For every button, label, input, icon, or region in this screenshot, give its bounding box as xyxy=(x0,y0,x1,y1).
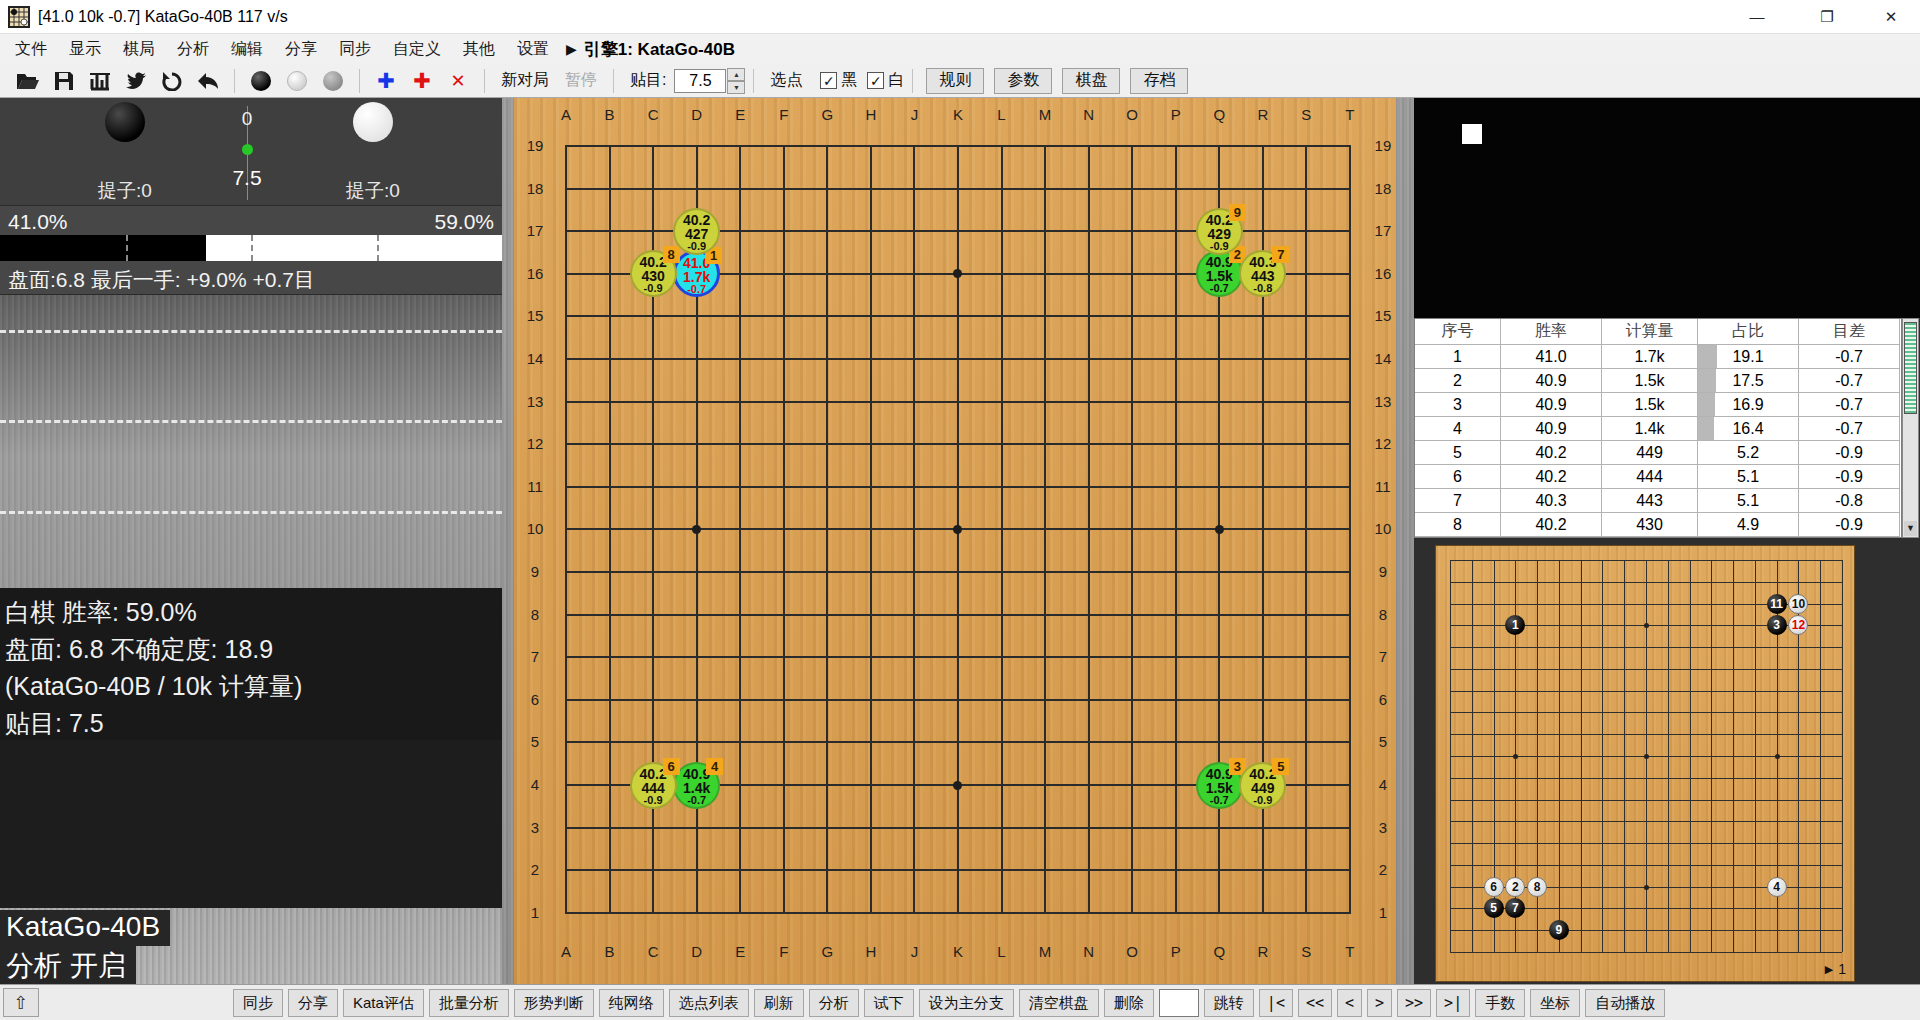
variation-stone-1: 1 xyxy=(1505,615,1525,635)
variation-counter-value: 1 xyxy=(1838,961,1846,977)
table-cell-1-4: -0.7 xyxy=(1799,345,1900,369)
toolbar-separator xyxy=(234,69,235,93)
star-point xyxy=(953,781,962,790)
toolbar-separator xyxy=(912,69,913,93)
grid-line-v xyxy=(1349,145,1351,914)
coord-letter-bottom: M xyxy=(1030,943,1060,960)
bottom-button-5[interactable]: 纯网络 xyxy=(599,989,664,1017)
toolbar-button-0[interactable]: 规则 xyxy=(926,68,984,94)
table-row-6[interactable]: 640.24445.1-0.9 xyxy=(1415,465,1901,489)
bottom-button-9[interactable]: 试下 xyxy=(864,989,914,1017)
coord-letter-bottom: N xyxy=(1074,943,1104,960)
coord-number-right: 8 xyxy=(1368,606,1398,623)
toolbar-separator xyxy=(753,69,754,93)
engine-name-label: 引擎1: KataGo-40B xyxy=(584,38,735,61)
candidate-stat: -0.7 xyxy=(675,795,718,806)
coord-number-right: 10 xyxy=(1368,520,1398,537)
table-cell-3-2: 1.5k xyxy=(1602,393,1698,417)
candidate-stat: 449 xyxy=(1241,781,1284,795)
table-cell-6-4: -0.9 xyxy=(1799,465,1900,489)
graph-gridline xyxy=(0,330,502,333)
white-winrate-label: 59.0% xyxy=(434,210,494,234)
table-cell-1-2: 1.7k xyxy=(1602,345,1698,369)
mini-grid-line-v xyxy=(1668,560,1669,952)
right-panel: 序号胜率计算量占比目差141.01.7k19.1-0.7240.91.5k17.… xyxy=(1414,98,1920,984)
coord-letter-bottom: Q xyxy=(1204,943,1234,960)
table-cell-5-2: 449 xyxy=(1602,441,1698,465)
mini-grid-line-h xyxy=(1450,778,1842,779)
variation-stone-10: 10 xyxy=(1788,594,1808,614)
scrollbar-down-button[interactable]: ▼ xyxy=(1904,521,1917,536)
grid-line-h xyxy=(565,571,1351,573)
coord-number-left: 18 xyxy=(520,180,550,197)
mini-grid-line-h xyxy=(1450,821,1842,822)
info-score-uncertainty: 盘面: 6.8 不确定度: 18.9 xyxy=(5,633,273,666)
candidates-label: 选点 xyxy=(770,70,802,91)
candidate-stat: 40.2 xyxy=(675,213,718,227)
info-white-winrate: 白棋 胜率: 59.0% xyxy=(5,596,197,629)
table-cell-8-3: 4.9 xyxy=(1698,513,1799,537)
candidate-stat: -0.7 xyxy=(1198,283,1241,294)
table-cell-1-0: 1 xyxy=(1415,345,1501,369)
table-row-2[interactable]: 240.91.5k17.5-0.7 xyxy=(1415,369,1901,393)
black-stone-icon[interactable] xyxy=(248,69,274,93)
grid-line-h xyxy=(565,912,1351,914)
winrate-bar xyxy=(0,235,502,261)
bottom-button-22[interactable]: 坐标 xyxy=(1530,989,1580,1017)
mini-grid-line-v xyxy=(1711,560,1712,952)
variation-stone-5: 5 xyxy=(1484,898,1504,918)
coord-letter-bottom: F xyxy=(769,943,799,960)
bottom-button-23[interactable]: 自动播放 xyxy=(1585,989,1665,1017)
coord-letter-bottom: J xyxy=(899,943,929,960)
candidate-rank-badge: 6 xyxy=(663,758,680,775)
coord-letter-bottom: C xyxy=(638,943,668,960)
bottom-button-14[interactable]: 跳转 xyxy=(1204,989,1254,1017)
table-cell-5-3: 5.2 xyxy=(1698,441,1799,465)
coord-number-right: 13 xyxy=(1368,393,1398,410)
bottom-button-0[interactable]: 同步 xyxy=(233,989,283,1017)
candidate-rank-badge: 9 xyxy=(1229,204,1246,221)
coord-letter-top: Q xyxy=(1204,106,1234,123)
table-cell-4-2: 1.4k xyxy=(1602,417,1698,441)
engine-indicator: ▶ 引擎1: KataGo-40B xyxy=(566,38,735,61)
mini-grid-line-v xyxy=(1820,560,1821,952)
collapse-up-button[interactable]: ⇧ xyxy=(3,988,39,1017)
menu-item-1[interactable]: 显示 xyxy=(58,34,112,64)
candidate-rank-badge: 5 xyxy=(1272,758,1289,775)
coord-letter-top: K xyxy=(943,106,973,123)
coord-number-left: 6 xyxy=(520,691,550,708)
table-row-8[interactable]: 840.24304.9-0.9 xyxy=(1415,513,1901,537)
candidate-stat: -0.7 xyxy=(676,284,717,295)
table-row-7[interactable]: 740.34435.1-0.8 xyxy=(1415,489,1901,513)
table-cell-8-1: 40.2 xyxy=(1501,513,1602,537)
white-player-stone xyxy=(353,102,393,142)
bottom-button-15[interactable]: |< xyxy=(1259,989,1293,1017)
minimize-button[interactable]: — xyxy=(1734,0,1780,33)
mini-grid-line-h xyxy=(1450,843,1842,844)
candidate-move-Q4[interactable]: 40.91.5k-0.73 xyxy=(1196,762,1243,809)
candidate-stat: 443 xyxy=(1241,269,1284,283)
variation-stone-9: 9 xyxy=(1549,920,1569,940)
table-cell-3-0: 3 xyxy=(1415,393,1501,417)
coord-letter-top: S xyxy=(1291,106,1321,123)
coord-number-left: 4 xyxy=(520,776,550,793)
winrate-tick xyxy=(251,235,253,261)
coord-number-right: 14 xyxy=(1368,350,1398,367)
coord-letter-bottom: H xyxy=(856,943,886,960)
bottom-button-21[interactable]: 手数 xyxy=(1475,989,1525,1017)
table-cell-7-2: 443 xyxy=(1602,489,1698,513)
candidate-stat: -0.9 xyxy=(1198,241,1241,252)
mini-star-point xyxy=(1644,754,1649,759)
candidate-rank-badge: 7 xyxy=(1272,246,1289,263)
scrollbar-thumb[interactable] xyxy=(1904,322,1917,414)
mini-grid-line-h xyxy=(1450,865,1842,866)
bottom-button-4[interactable]: 形势判断 xyxy=(514,989,594,1017)
komi-spin-up[interactable]: ▲ xyxy=(727,68,745,81)
grid-line-v xyxy=(1088,145,1090,914)
bottom-button-17[interactable]: < xyxy=(1337,989,1362,1017)
candidate-move-Q16[interactable]: 40.91.5k-0.72 xyxy=(1196,250,1243,297)
pause-button[interactable]: 暂停 xyxy=(565,70,597,91)
menu-item-7[interactable]: 自定义 xyxy=(382,34,452,64)
bottom-button-11[interactable]: 清空棋盘 xyxy=(1019,989,1099,1017)
coord-letter-top: O xyxy=(1117,106,1147,123)
main-go-board[interactable]: AABBCCDDEEFFGGHHJJKKLLMMNNOOPPQQRRSSTT19… xyxy=(514,98,1396,984)
mini-grid-line-h xyxy=(1450,952,1842,953)
coord-number-right: 5 xyxy=(1368,733,1398,750)
mini-star-point xyxy=(1644,623,1649,628)
table-cell-3-3: 16.9 xyxy=(1698,393,1799,417)
coord-number-left: 16 xyxy=(520,265,550,282)
toolbar-button-group: 规则参数棋盘存档 xyxy=(921,68,1193,94)
candidate-move-D4[interactable]: 40.91.4k-0.74 xyxy=(673,762,720,809)
table-cell-2-2: 1.5k xyxy=(1602,369,1698,393)
coord-letter-top: H xyxy=(856,106,886,123)
toolbar: ✚ ✚ ✕ 新对局 暂停 贴目: 7.5 ▲ ▼ 选点 ✓ 黑 ✓ 白 规则参数… xyxy=(0,64,1920,98)
coord-number-left: 13 xyxy=(520,393,550,410)
coord-number-left: 3 xyxy=(520,819,550,836)
players-panel: 0 7.5 提子:0 提子:0 xyxy=(0,98,502,205)
komi-spin-down[interactable]: ▼ xyxy=(727,81,745,94)
coord-letter-top: D xyxy=(682,106,712,123)
coord-letter-top: R xyxy=(1248,106,1278,123)
table-row-4[interactable]: 440.91.4k16.4-0.7 xyxy=(1415,417,1901,441)
table-cell-8-4: -0.9 xyxy=(1799,513,1900,537)
coord-number-left: 1 xyxy=(520,904,550,921)
coord-letter-top: B xyxy=(595,106,625,123)
candidate-stat: 430 xyxy=(632,269,675,283)
black-captures-label: 提子:0 xyxy=(65,178,185,204)
variation-move-counter: ▶ 1 xyxy=(1825,961,1846,977)
coord-letter-top: E xyxy=(725,106,755,123)
left-panel: 0 7.5 提子:0 提子:0 41.0% 59.0% 盘面:6.8 最后一手:… xyxy=(0,98,502,984)
bottom-toolbar: ⇧ 同步分享Kata评估批量分析形势判断纯网络选点列表刷新分析试下设为主分支清空… xyxy=(0,984,1920,1020)
open-file-icon[interactable] xyxy=(15,69,41,93)
variation-stone-8: 8 xyxy=(1527,877,1547,897)
mini-grid-line-v xyxy=(1733,560,1734,952)
save-icon[interactable] xyxy=(51,69,77,93)
coord-letter-bottom: B xyxy=(595,943,625,960)
black-winrate-label: 41.0% xyxy=(8,210,68,234)
mini-star-point xyxy=(1644,885,1649,890)
winrate-graph[interactable] xyxy=(0,295,502,588)
bottom-button-12[interactable]: 删除 xyxy=(1104,989,1154,1017)
maximize-button[interactable]: ❐ xyxy=(1804,0,1850,33)
share-bar xyxy=(1698,369,1716,392)
bottom-button-19[interactable]: >> xyxy=(1397,989,1431,1017)
table-row-5[interactable]: 540.24495.2-0.9 xyxy=(1415,441,1901,465)
table-header-2: 计算量 xyxy=(1602,319,1698,345)
table-cell-8-0: 8 xyxy=(1415,513,1501,537)
coord-letter-top: J xyxy=(899,106,929,123)
table-cell-4-0: 4 xyxy=(1415,417,1501,441)
bottom-button-20[interactable]: >| xyxy=(1436,989,1470,1017)
coord-number-left: 10 xyxy=(520,520,550,537)
candidate-stat: -0.9 xyxy=(632,795,675,806)
coord-number-right: 12 xyxy=(1368,435,1398,452)
variation-stone-2: 2 xyxy=(1505,877,1525,897)
bottom-button-16[interactable]: << xyxy=(1298,989,1332,1017)
coord-letter-bottom: P xyxy=(1161,943,1191,960)
bottom-button-18[interactable]: > xyxy=(1367,989,1392,1017)
coord-letter-bottom: A xyxy=(551,943,581,960)
candidate-move-D16[interactable]: 41.01.7k-0.71 xyxy=(673,250,720,297)
coord-number-left: 12 xyxy=(520,435,550,452)
grid-line-v xyxy=(1131,145,1133,914)
variation-stone-3: 3 xyxy=(1767,615,1787,635)
move-number-input[interactable] xyxy=(1159,989,1199,1017)
table-cell-4-1: 40.9 xyxy=(1501,417,1602,441)
new-game-button[interactable]: 新对局 xyxy=(501,70,549,91)
coord-letter-bottom: O xyxy=(1117,943,1147,960)
bottom-button-1[interactable]: 分享 xyxy=(288,989,338,1017)
candidate-move-D17[interactable]: 40.2427-0.9 xyxy=(673,208,720,255)
candidate-stat: 1.5k xyxy=(1198,781,1241,795)
coord-letter-top: T xyxy=(1335,106,1365,123)
winrate-bar-black xyxy=(0,235,206,261)
candidate-stat: 429 xyxy=(1198,227,1241,241)
coord-number-right: 3 xyxy=(1368,819,1398,836)
coord-letter-bottom: D xyxy=(682,943,712,960)
grid-line-h xyxy=(565,827,1351,829)
undo-icon[interactable] xyxy=(159,69,185,93)
back-arrow-icon[interactable] xyxy=(195,69,221,93)
coord-letter-top: F xyxy=(769,106,799,123)
ownership-panel xyxy=(1414,98,1920,318)
coord-number-right: 7 xyxy=(1368,648,1398,665)
table-cell-7-0: 7 xyxy=(1415,489,1501,513)
candidate-stat: 427 xyxy=(675,227,718,241)
bottom-button-10[interactable]: 设为主分支 xyxy=(919,989,1014,1017)
variation-stone-12: 12 xyxy=(1788,615,1808,635)
white-stone-icon[interactable] xyxy=(284,69,310,93)
table-cell-2-0: 2 xyxy=(1415,369,1501,393)
red-x-icon[interactable]: ✕ xyxy=(445,69,471,93)
candidate-stat: -0.9 xyxy=(632,283,675,294)
candidate-move-C4[interactable]: 40.2444-0.96 xyxy=(630,762,677,809)
table-cell-2-4: -0.7 xyxy=(1799,369,1900,393)
score-marker-dot xyxy=(242,144,253,155)
candidate-move-R16[interactable]: 40.3443-0.87 xyxy=(1239,250,1286,297)
last-move-row: 盘面:6.8 最后一手: +9.0% +0.7目 xyxy=(0,261,502,295)
table-cell-5-1: 40.2 xyxy=(1501,441,1602,465)
close-button[interactable]: ✕ xyxy=(1868,0,1914,33)
coord-letter-top: M xyxy=(1030,106,1060,123)
gray-stone-icon[interactable] xyxy=(320,69,346,93)
star-point xyxy=(953,525,962,534)
komi-marker-value: 7.5 xyxy=(217,166,277,190)
coord-letter-bottom: S xyxy=(1291,943,1321,960)
black-checkbox[interactable]: ✓ xyxy=(820,72,837,89)
coord-letter-top: L xyxy=(987,106,1017,123)
table-header-4: 目差 xyxy=(1799,319,1900,345)
bird-icon[interactable] xyxy=(123,69,149,93)
coord-number-right: 9 xyxy=(1368,563,1398,580)
bottom-button-6[interactable]: 选点列表 xyxy=(669,989,749,1017)
score-graph-area xyxy=(0,740,502,908)
coord-number-right: 16 xyxy=(1368,265,1398,282)
coord-number-right: 15 xyxy=(1368,307,1398,324)
star-point xyxy=(1215,525,1224,534)
coord-number-left: 7 xyxy=(520,648,550,665)
last-move-info: 盘面:6.8 最后一手: +9.0% +0.7目 xyxy=(8,266,315,294)
winrate-tick xyxy=(126,235,128,261)
candidate-stat: 1.4k xyxy=(675,781,718,795)
candidate-rank-badge: 4 xyxy=(706,758,723,775)
table-cell-7-1: 40.3 xyxy=(1501,489,1602,513)
candidate-stat: 1.7k xyxy=(676,270,717,284)
star-point xyxy=(953,269,962,278)
table-cell-6-1: 40.2 xyxy=(1501,465,1602,489)
komi-input[interactable]: 7.5 xyxy=(674,69,726,93)
coord-number-left: 17 xyxy=(520,222,550,239)
coord-number-left: 5 xyxy=(520,733,550,750)
grid-line-h xyxy=(565,699,1351,701)
table-cell-7-3: 5.1 xyxy=(1698,489,1799,513)
coord-number-left: 19 xyxy=(520,137,550,154)
red-cross-icon[interactable]: ✚ xyxy=(409,69,435,93)
white-captures-label: 提子:0 xyxy=(313,178,433,204)
grid-line-h xyxy=(565,614,1351,616)
winrate-row: 41.0% 59.0% xyxy=(0,205,502,235)
black-player-stone xyxy=(105,102,145,142)
variation-stone-11: 11 xyxy=(1767,594,1787,614)
bottom-button-8[interactable]: 分析 xyxy=(809,989,859,1017)
table-header-1: 胜率 xyxy=(1501,319,1602,345)
coord-letter-top: N xyxy=(1074,106,1104,123)
table-cell-3-4: -0.7 xyxy=(1799,393,1900,417)
engine-status-panel: KataGo-40B 分析 开启 xyxy=(0,908,502,984)
coord-letter-top: C xyxy=(638,106,668,123)
chart-icon[interactable] xyxy=(87,69,113,93)
app-icon xyxy=(8,6,30,28)
menu-item-6[interactable]: 同步 xyxy=(328,34,382,64)
coord-number-right: 1 xyxy=(1368,904,1398,921)
candidate-move-Q17[interactable]: 40.2429-0.99 xyxy=(1196,208,1243,255)
table-cell-8-2: 430 xyxy=(1602,513,1698,537)
menu-item-5[interactable]: 分享 xyxy=(274,34,328,64)
variation-play-icon: ▶ xyxy=(1825,963,1833,976)
black-checkbox-label: 黑 xyxy=(841,70,857,91)
candidate-stat: 444 xyxy=(632,781,675,795)
table-row-1[interactable]: 141.01.7k19.1-0.7 xyxy=(1415,345,1901,369)
grid-line-v xyxy=(1175,145,1177,914)
menu-item-0[interactable]: 文件 xyxy=(4,34,58,64)
coord-number-left: 2 xyxy=(520,861,550,878)
table-cell-1-3: 19.1 xyxy=(1698,345,1799,369)
coord-number-right: 17 xyxy=(1368,222,1398,239)
menu-item-8[interactable]: 其他 xyxy=(452,34,506,64)
graph-gridline xyxy=(0,420,502,423)
coord-number-right: 19 xyxy=(1368,137,1398,154)
white-square-marker xyxy=(1462,124,1482,144)
analysis-table: 序号胜率计算量占比目差141.01.7k19.1-0.7240.91.5k17.… xyxy=(1414,318,1902,538)
toolbar-separator xyxy=(484,69,485,93)
toolbar-separator xyxy=(359,69,360,93)
engine-name-big: KataGo-40B xyxy=(0,910,170,946)
coord-number-left: 8 xyxy=(520,606,550,623)
mini-grid-line-v xyxy=(1842,560,1843,952)
window-title: [41.0 10k -0.7] KataGo-40B 117 v/s xyxy=(38,8,288,26)
score-marker-value: 0 xyxy=(217,108,277,130)
graph-gridline xyxy=(0,511,502,514)
menu-item-9[interactable]: 设置 xyxy=(506,34,560,64)
grid-line-h xyxy=(565,869,1351,871)
candidate-move-C16[interactable]: 40.2430-0.98 xyxy=(630,250,677,297)
coord-letter-top: A xyxy=(551,106,581,123)
table-cell-3-1: 40.9 xyxy=(1501,393,1602,417)
candidate-move-R4[interactable]: 40.2449-0.95 xyxy=(1239,762,1286,809)
menu-item-3[interactable]: 分析 xyxy=(166,34,220,64)
coord-letter-bottom: G xyxy=(812,943,842,960)
toolbar-button-3[interactable]: 存档 xyxy=(1130,68,1188,94)
blue-cross-icon[interactable]: ✚ xyxy=(373,69,399,93)
bottom-button-2[interactable]: Kata评估 xyxy=(343,989,424,1017)
komi-label: 贴目: xyxy=(630,70,666,91)
menu-bar: 文件显示棋局分析编辑分享同步自定义其他设置 ▶ 引擎1: KataGo-40B xyxy=(0,34,1920,64)
menu-item-2[interactable]: 棋局 xyxy=(112,34,166,64)
table-cell-2-3: 17.5 xyxy=(1698,369,1799,393)
variation-stone-6: 6 xyxy=(1484,877,1504,897)
coord-number-left: 15 xyxy=(520,307,550,324)
toolbar-button-2[interactable]: 棋盘 xyxy=(1062,68,1120,94)
table-scrollbar[interactable]: ▼ xyxy=(1902,318,1919,538)
table-row-3[interactable]: 340.91.5k16.9-0.7 xyxy=(1415,393,1901,417)
coord-number-left: 11 xyxy=(520,478,550,495)
bottom-button-7[interactable]: 刷新 xyxy=(754,989,804,1017)
grid-line-h xyxy=(565,741,1351,743)
grid-line-v xyxy=(1305,145,1307,914)
candidate-stat: -0.7 xyxy=(1198,795,1241,806)
toolbar-separator xyxy=(613,69,614,93)
toolbar-button-1[interactable]: 参数 xyxy=(994,68,1052,94)
menu-item-4[interactable]: 编辑 xyxy=(220,34,274,64)
info-komi: 贴目: 7.5 xyxy=(5,707,104,740)
bottom-button-3[interactable]: 批量分析 xyxy=(429,989,509,1017)
table-cell-4-3: 16.4 xyxy=(1698,417,1799,441)
white-checkbox[interactable]: ✓ xyxy=(867,72,884,89)
share-bar xyxy=(1698,393,1715,416)
grid-line-v xyxy=(1044,145,1046,914)
title-bar[interactable]: [41.0 10k -0.7] KataGo-40B 117 v/s — ❐ ✕ xyxy=(0,0,1920,34)
info-engine-visits: (KataGo-40B / 10k 计算量) xyxy=(5,670,302,703)
komi-spinner[interactable]: ▲ ▼ xyxy=(727,68,745,94)
coord-letter-bottom: R xyxy=(1248,943,1278,960)
candidate-stat: 1.5k xyxy=(1198,269,1241,283)
